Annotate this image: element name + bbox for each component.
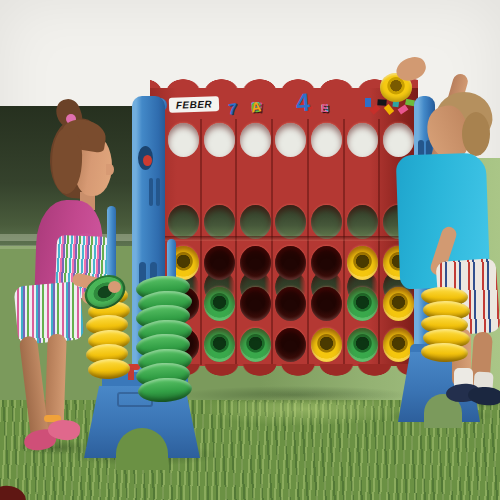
title-letter: A	[250, 98, 262, 115]
confetti-shape	[398, 104, 409, 114]
cell-r4c2[interactable]	[202, 242, 238, 283]
feber-logo: FEBER	[169, 96, 219, 113]
empty-hole	[347, 123, 378, 157]
board-bottom-scalloped-edge	[150, 364, 418, 382]
cell-r1c6[interactable]	[345, 119, 381, 160]
cell-r2c2[interactable]	[202, 160, 238, 201]
title-letter: E	[320, 102, 329, 115]
yellow-disc	[383, 287, 414, 321]
cell-r4c6[interactable]	[345, 242, 381, 283]
empty-hole	[275, 328, 306, 362]
title-four: 4	[295, 88, 311, 118]
girl-striped-shorts	[14, 281, 85, 345]
confetti-shape	[377, 99, 386, 106]
connect-four-board: FEBER 7 MEGA 4 INLINE	[150, 72, 418, 382]
cell-r4c5[interactable]	[309, 242, 345, 283]
boy-hair-side	[462, 112, 490, 156]
empty-hole	[383, 123, 414, 157]
cell-r1c3[interactable]	[237, 119, 273, 160]
cell-r6c5[interactable]	[309, 324, 345, 365]
empty-hole	[240, 246, 271, 280]
cell-r4c3[interactable]	[237, 242, 273, 283]
confetti-shape	[365, 98, 371, 107]
cell-r2c4[interactable]	[273, 160, 309, 201]
cell-r6c4[interactable]	[273, 324, 309, 365]
empty-hole	[204, 246, 235, 280]
empty-hole	[275, 123, 306, 157]
green-disc	[347, 328, 378, 362]
empty-hole	[311, 246, 342, 280]
empty-hole	[311, 287, 342, 321]
empty-hole	[204, 205, 235, 239]
cell-r5c2[interactable]	[202, 283, 238, 324]
cell-r2c3[interactable]	[237, 160, 273, 201]
empty-hole	[275, 287, 306, 321]
red-knob	[143, 155, 152, 166]
empty-hole	[275, 246, 306, 280]
cell-r5c6[interactable]	[345, 283, 381, 324]
board-grid	[166, 119, 416, 365]
cell-r2c1[interactable]	[166, 160, 202, 201]
green-disc	[347, 287, 378, 321]
cell-r2c6[interactable]	[345, 160, 381, 201]
empty-hole	[240, 287, 271, 321]
cell-r5c4[interactable]	[273, 283, 309, 324]
board-half-seam	[156, 236, 412, 241]
girl-hand	[108, 281, 121, 293]
yellow-disc	[311, 328, 342, 362]
empty-hole	[168, 205, 199, 239]
empty-hole	[168, 123, 199, 157]
post-groove	[149, 178, 153, 206]
board-banner: FEBER 7 MEGA 4 INLINE	[150, 86, 418, 120]
girl-nose	[106, 164, 114, 175]
cell-r2c5[interactable]	[309, 160, 345, 201]
empty-hole	[311, 123, 342, 157]
board-shadow	[180, 386, 410, 404]
yellow-disc	[383, 328, 414, 362]
cell-r5c3[interactable]	[237, 283, 273, 324]
cell-r1c7[interactable]	[380, 119, 416, 160]
cell-r1c4[interactable]	[273, 119, 309, 160]
green-disc	[204, 287, 235, 321]
empty-hole	[240, 123, 271, 157]
cell-r1c1[interactable]	[166, 119, 202, 160]
empty-hole	[275, 205, 306, 239]
seven-decal: 7	[227, 99, 238, 117]
cell-r1c2[interactable]	[202, 119, 238, 160]
cell-r6c2[interactable]	[202, 324, 238, 365]
photo-giant-connect-four: FEBER 7 MEGA 4 INLINE	[0, 0, 500, 500]
cell-r4c4[interactable]	[273, 242, 309, 283]
yellow-disc	[347, 246, 378, 280]
empty-hole	[240, 205, 271, 239]
cell-r6c6[interactable]	[345, 324, 381, 365]
cell-r5c5[interactable]	[309, 283, 345, 324]
cell-r1c5[interactable]	[309, 119, 345, 160]
empty-hole	[204, 123, 235, 157]
empty-hole	[347, 205, 378, 239]
confetti-shape	[370, 104, 381, 115]
post-groove	[156, 178, 160, 206]
empty-hole	[311, 205, 342, 239]
green-disc	[240, 328, 271, 362]
green-disc	[204, 328, 235, 362]
cell-r6c3[interactable]	[237, 324, 273, 365]
